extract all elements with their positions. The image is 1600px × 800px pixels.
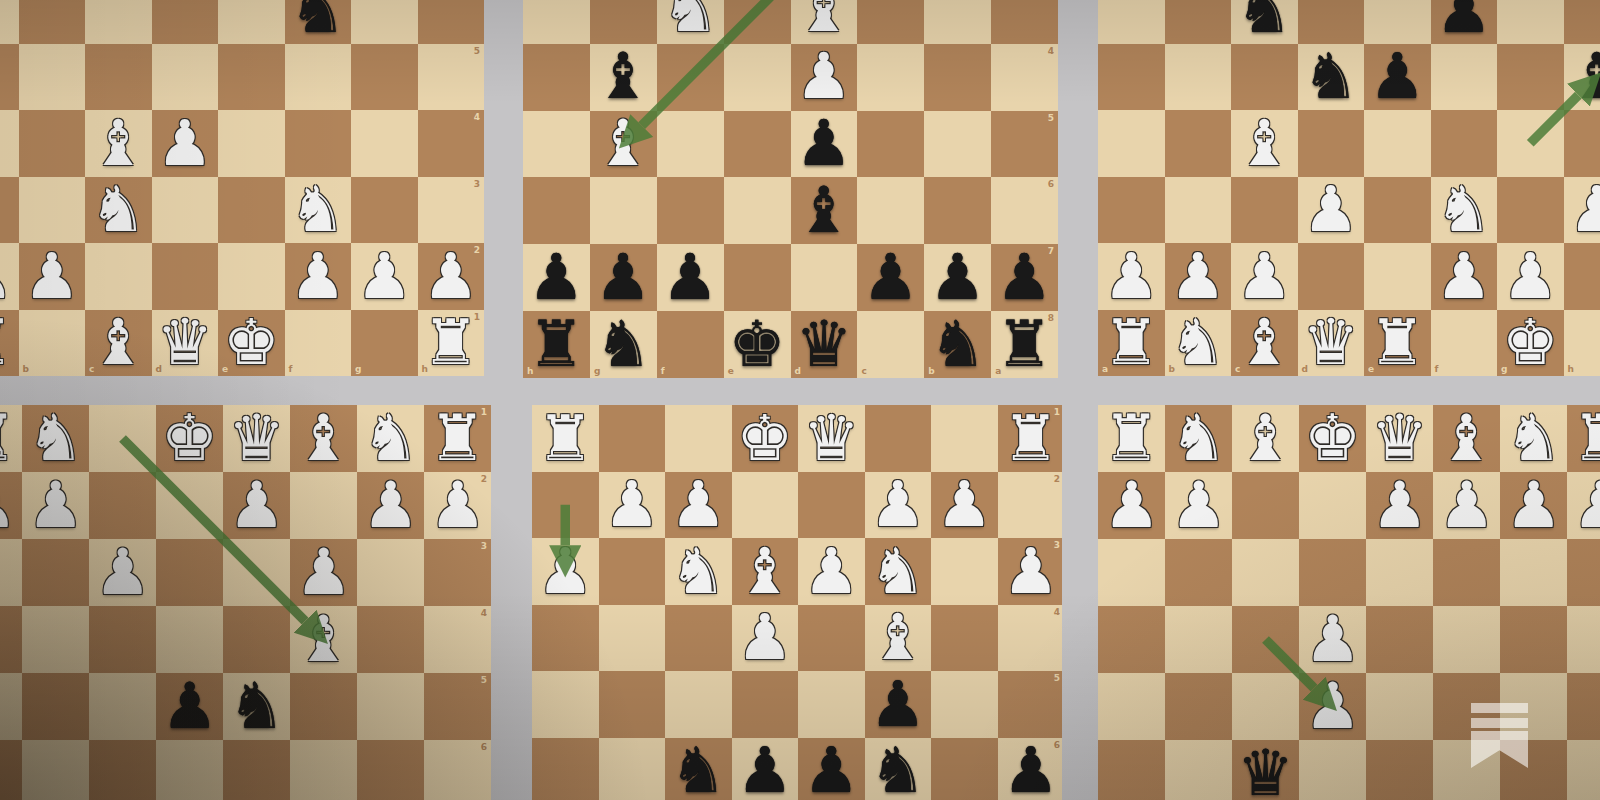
piece-wB-f1: ♝ <box>1232 405 1299 472</box>
square-c6 <box>857 177 924 244</box>
piece-bB-g4: ♝ <box>590 44 657 111</box>
watermark-bookmark-flag-icon <box>1471 731 1528 768</box>
piece-wP-d4: ♟ <box>791 44 858 111</box>
piece-wP-b2: ♟ <box>931 472 998 539</box>
piece-wR-h1: ♜ <box>1098 405 1165 472</box>
square-f5 <box>1232 673 1299 740</box>
piece-bB-h5: ♝ <box>1564 44 1600 111</box>
square-f4 <box>1232 606 1299 673</box>
square-c6 <box>290 740 357 800</box>
square-c2 <box>290 472 357 539</box>
square-h4 <box>1098 606 1165 673</box>
square-g3 <box>22 539 89 606</box>
square-h4 <box>0 606 22 673</box>
square-g5 <box>1497 44 1564 111</box>
square-g3 <box>590 0 657 44</box>
square-h2 <box>532 472 599 539</box>
square-f4 <box>657 44 724 111</box>
coord-file-f: f <box>289 365 293 374</box>
square-a4 <box>0 110 19 177</box>
square-f5 <box>1431 44 1498 111</box>
square-g6 <box>22 740 89 800</box>
square-a4: 4 <box>991 44 1058 111</box>
square-e4 <box>724 44 791 111</box>
piece-bP-a6: ♟ <box>998 738 1063 800</box>
piece-wP-c3: ♟ <box>290 539 357 606</box>
coord-file-h: h <box>1568 365 1574 374</box>
square-e6 <box>1364 0 1431 44</box>
piece-wP-d4: ♟ <box>152 110 219 177</box>
piece-bN-d5: ♞ <box>1298 44 1365 111</box>
piece-wN-f3: ♞ <box>665 538 732 605</box>
piece-wK-e1: ♚ <box>1299 405 1366 472</box>
piece-bP-e5: ♟ <box>156 673 223 740</box>
square-g4 <box>1165 606 1232 673</box>
piece-wR-h1: ♜ <box>0 405 22 472</box>
square-d6 <box>1366 740 1433 800</box>
square-e4 <box>218 110 285 177</box>
square-e5 <box>724 111 791 178</box>
piece-wQ-d1: ♛ <box>1298 310 1365 377</box>
piece-bP-a7: ♟ <box>991 244 1058 311</box>
piece-wP-g2: ♟ <box>22 472 89 539</box>
piece-bN-c6: ♞ <box>1231 0 1298 44</box>
square-b3 <box>931 538 998 605</box>
piece-wK-e1: ♚ <box>732 405 799 472</box>
piece-bP-f7: ♟ <box>657 244 724 311</box>
square-c8: c <box>857 311 924 378</box>
square-f3 <box>1232 539 1299 606</box>
square-g6 <box>1497 0 1564 44</box>
square-a6 <box>0 0 19 44</box>
square-b3 <box>19 177 86 244</box>
square-e2 <box>1364 243 1431 310</box>
piece-bP-h7: ♟ <box>523 244 590 311</box>
square-f4 <box>1431 110 1498 177</box>
square-b4 <box>1165 110 1232 177</box>
coord-rank-6: 6 <box>1048 180 1054 189</box>
piece-wB-d3: ♝ <box>791 0 858 44</box>
square-a3: 3 <box>1567 539 1600 606</box>
square-f4 <box>285 110 352 177</box>
square-a3 <box>0 177 19 244</box>
square-e2 <box>732 472 799 539</box>
piece-wN-f3: ♞ <box>285 177 352 244</box>
square-c3 <box>1231 177 1298 244</box>
square-a6 <box>1098 0 1165 44</box>
square-e2 <box>1299 472 1366 539</box>
piece-wP-f2: ♟ <box>285 243 352 310</box>
square-d6 <box>152 0 219 44</box>
square-b3 <box>1500 539 1567 606</box>
piece-bP-c5: ♟ <box>865 671 932 738</box>
square-h3: 3 <box>418 177 485 244</box>
piece-wP-c2: ♟ <box>865 472 932 539</box>
piece-bP-e5: ♟ <box>1364 44 1431 111</box>
piece-wN-b1: ♞ <box>1165 310 1232 377</box>
square-a5: 5 <box>424 673 491 740</box>
piece-wP-g2: ♟ <box>351 243 418 310</box>
square-a6: 6 <box>424 740 491 800</box>
piece-bN-d5: ♞ <box>223 673 290 740</box>
square-b4 <box>924 44 991 111</box>
square-d6 <box>1298 0 1365 44</box>
square-c2 <box>85 243 152 310</box>
square-g3 <box>1497 177 1564 244</box>
square-a3: 3 <box>991 0 1058 44</box>
square-b6 <box>1165 0 1232 44</box>
square-f1 <box>89 405 156 472</box>
square-c5 <box>85 44 152 111</box>
square-g5 <box>1165 673 1232 740</box>
square-b1 <box>931 405 998 472</box>
substack-logo-watermark <box>1471 703 1528 768</box>
coord-rank-4: 4 <box>474 113 480 122</box>
square-c6 <box>85 0 152 44</box>
square-b4 <box>931 605 998 672</box>
square-a5 <box>1098 44 1165 111</box>
square-a4: 4 <box>1567 606 1600 673</box>
square-e5 <box>218 44 285 111</box>
piece-wP-g2: ♟ <box>1165 472 1232 539</box>
square-e6 <box>218 0 285 44</box>
piece-wN-f3: ♞ <box>1431 177 1498 244</box>
piece-wR-a1: ♜ <box>424 405 491 472</box>
square-f8: f <box>657 311 724 378</box>
piece-bB-d6: ♝ <box>791 177 858 244</box>
piece-wP-g2: ♟ <box>1497 243 1564 310</box>
square-g3 <box>1165 539 1232 606</box>
square-e3 <box>218 177 285 244</box>
piece-wP-h2: ♟ <box>418 243 485 310</box>
chess-board-3: 8765432abcdefg1h♞♟♞♟♝♝♟♞♟♟♟♟♟♟♜♞♝♛♜♚ <box>1098 0 1600 376</box>
piece-bQ-d8: ♛ <box>791 311 858 378</box>
square-b6 <box>19 0 86 44</box>
square-a6: 6 <box>1567 740 1600 800</box>
square-b1: b <box>19 310 86 377</box>
square-h4: 4 <box>1564 110 1600 177</box>
square-b4 <box>357 606 424 673</box>
square-e7 <box>724 244 791 311</box>
square-f6 <box>657 177 724 244</box>
square-h5 <box>532 671 599 738</box>
square-f6 <box>89 740 156 800</box>
piece-wP-e5: ♟ <box>1299 673 1366 740</box>
piece-wN-b1: ♞ <box>357 405 424 472</box>
square-h1: 1h <box>1564 310 1600 377</box>
piece-wP-a2: ♟ <box>1567 472 1600 539</box>
square-a5: 5 <box>1567 673 1600 740</box>
square-d2 <box>1298 243 1365 310</box>
square-d4 <box>223 606 290 673</box>
piece-wP-f2: ♟ <box>1431 243 1498 310</box>
coord-rank-4: 4 <box>481 609 487 618</box>
square-b5 <box>931 671 998 738</box>
piece-wB-c1: ♝ <box>85 310 152 377</box>
square-g4 <box>599 605 666 672</box>
piece-wP-a2: ♟ <box>1098 243 1165 310</box>
square-b3 <box>357 539 424 606</box>
coord-rank-3: 3 <box>474 180 480 189</box>
square-a5 <box>0 44 19 111</box>
chess-diagram-collage: 8765432abcdefg1h♞♝♟♞♞♟♟♟♟♟♜♝♛♚♜1234567hg… <box>0 0 1600 800</box>
square-a4: 4 <box>998 605 1063 672</box>
piece-wB-c4: ♝ <box>85 110 152 177</box>
piece-bP-d6: ♟ <box>798 738 865 800</box>
square-b5 <box>1165 44 1232 111</box>
square-d4 <box>798 605 865 672</box>
piece-wP-f3: ♟ <box>89 539 156 606</box>
square-c3 <box>1433 539 1500 606</box>
coord-rank-6: 6 <box>481 743 487 752</box>
square-a5: 5 <box>991 111 1058 178</box>
square-a3: 3 <box>424 539 491 606</box>
piece-wB-c1: ♝ <box>1433 405 1500 472</box>
coord-rank-2: 2 <box>1054 475 1060 484</box>
square-c4 <box>857 44 924 111</box>
square-f2 <box>1232 472 1299 539</box>
square-f5 <box>665 671 732 738</box>
chess-board-4: 1234567hgfedcb8a♜♞♝♛♚♞♜♟♟♟♟♟♟♟♝♞♟ <box>0 405 491 800</box>
piece-bK-e8: ♚ <box>724 311 791 378</box>
piece-wR-a1: ♜ <box>0 310 19 377</box>
square-d7 <box>791 244 858 311</box>
piece-wP-h3: ♟ <box>1564 177 1600 244</box>
piece-bR-h8: ♜ <box>523 311 590 378</box>
piece-wB-c4: ♝ <box>1231 110 1298 177</box>
piece-wR-a1: ♜ <box>998 405 1063 472</box>
piece-wR-e1: ♜ <box>1364 310 1431 377</box>
piece-bP-e6: ♟ <box>732 738 799 800</box>
piece-wK-e1: ♚ <box>218 310 285 377</box>
square-e6 <box>724 177 791 244</box>
square-a3 <box>1098 177 1165 244</box>
piece-wP-b2: ♟ <box>1165 243 1232 310</box>
piece-bQ-f6: ♛ <box>1232 740 1299 800</box>
piece-bN-f6: ♞ <box>665 738 732 800</box>
square-h6 <box>532 738 599 800</box>
coord-file-c: c <box>861 367 866 376</box>
square-h3 <box>0 539 22 606</box>
piece-wP-c2: ♟ <box>1433 472 1500 539</box>
square-d3 <box>223 539 290 606</box>
square-b4 <box>1500 606 1567 673</box>
piece-bN-b8: ♞ <box>924 311 991 378</box>
piece-wN-g1: ♞ <box>22 405 89 472</box>
square-b3 <box>924 0 991 44</box>
square-e3 <box>1299 539 1366 606</box>
piece-wP-c2: ♟ <box>1231 243 1298 310</box>
coord-rank-3: 3 <box>481 542 487 551</box>
square-f1: f <box>1431 310 1498 377</box>
square-h2: 2 <box>1564 243 1600 310</box>
piece-wP-d3: ♟ <box>1298 177 1365 244</box>
square-c4 <box>1433 606 1500 673</box>
piece-wP-b2: ♟ <box>1500 472 1567 539</box>
piece-wQ-d1: ♛ <box>1366 405 1433 472</box>
square-b5 <box>19 44 86 111</box>
square-e4 <box>156 606 223 673</box>
piece-wP-a2: ♟ <box>0 243 19 310</box>
piece-wP-h2: ♟ <box>0 472 22 539</box>
square-e2 <box>156 472 223 539</box>
piece-wR-h1: ♜ <box>418 310 485 377</box>
piece-wP-h2: ♟ <box>1098 472 1165 539</box>
square-f4 <box>665 605 732 672</box>
square-c5 <box>1231 44 1298 111</box>
piece-wP-e4: ♟ <box>732 605 799 672</box>
piece-wP-g2: ♟ <box>599 472 666 539</box>
piece-wB-c1: ♝ <box>290 405 357 472</box>
square-g6 <box>351 0 418 44</box>
square-a4 <box>1098 110 1165 177</box>
square-g1: g <box>351 310 418 377</box>
square-h5 <box>523 111 590 178</box>
coord-rank-4: 4 <box>1048 47 1054 56</box>
square-d5 <box>1366 673 1433 740</box>
piece-wP-h3: ♟ <box>532 538 599 605</box>
piece-bP-f6: ♟ <box>1431 0 1498 44</box>
square-h6: 6 <box>418 0 485 44</box>
piece-wR-a1: ♜ <box>1567 405 1600 472</box>
square-h5 <box>1098 673 1165 740</box>
square-d6 <box>223 740 290 800</box>
square-g4 <box>351 110 418 177</box>
square-e3 <box>724 0 791 44</box>
square-h4 <box>523 44 590 111</box>
square-e2 <box>218 243 285 310</box>
square-g5 <box>599 671 666 738</box>
square-e3 <box>156 539 223 606</box>
piece-wP-a2: ♟ <box>424 472 491 539</box>
chess-board-5: 1234567hgfedcb8a♜♛♚♜♟♟♟♟♟♞♟♝♞♟♝♟♟♟♞♟♟♞ <box>532 405 1062 800</box>
piece-wR-h1: ♜ <box>532 405 599 472</box>
square-d3 <box>152 177 219 244</box>
coord-rank-5: 5 <box>1048 114 1054 123</box>
square-c3 <box>857 0 924 44</box>
square-a5: 5 <box>998 671 1063 738</box>
piece-wN-g1: ♞ <box>1165 405 1232 472</box>
square-g1 <box>599 405 666 472</box>
piece-wQ-d1: ♛ <box>798 405 865 472</box>
piece-bP-g7: ♟ <box>590 244 657 311</box>
piece-bR-a8: ♜ <box>991 311 1058 378</box>
piece-wK-e1: ♚ <box>156 405 223 472</box>
square-g3 <box>351 177 418 244</box>
piece-wP-b2: ♟ <box>19 243 86 310</box>
coord-rank-4: 4 <box>1054 608 1060 617</box>
square-f5 <box>657 111 724 178</box>
piece-wP-d3: ♟ <box>798 538 865 605</box>
piece-wB-c1: ♝ <box>1231 310 1298 377</box>
piece-wQ-d1: ♛ <box>223 405 290 472</box>
chess-board-1: 8765432abcdefg1h♞♝♟♞♞♟♟♟♟♟♜♝♛♚♜ <box>0 0 484 376</box>
coord-file-f: f <box>661 367 665 376</box>
square-h6: 6 <box>1564 0 1600 44</box>
square-b3 <box>1165 177 1232 244</box>
square-b6 <box>357 740 424 800</box>
piece-wP-b2: ♟ <box>357 472 424 539</box>
square-b5 <box>357 673 424 740</box>
square-h6 <box>523 177 590 244</box>
square-h4: 4 <box>418 110 485 177</box>
piece-wP-e4: ♟ <box>1299 606 1366 673</box>
square-b4 <box>19 110 86 177</box>
square-f5 <box>285 44 352 111</box>
square-h6 <box>1098 740 1165 800</box>
square-g3 <box>599 538 666 605</box>
square-a2: 2 <box>998 472 1063 539</box>
square-e5 <box>732 671 799 738</box>
piece-bP-c7: ♟ <box>857 244 924 311</box>
piece-wP-d2: ♟ <box>1366 472 1433 539</box>
square-h3 <box>523 0 590 44</box>
square-g6 <box>590 177 657 244</box>
square-b5 <box>924 111 991 178</box>
square-b6 <box>924 177 991 244</box>
piece-bN-g8: ♞ <box>590 311 657 378</box>
square-e3 <box>1364 177 1431 244</box>
piece-wQ-d1: ♛ <box>152 310 219 377</box>
square-a6: 6 <box>991 177 1058 244</box>
square-e4 <box>1364 110 1431 177</box>
square-c1 <box>865 405 932 472</box>
square-d4 <box>1298 110 1365 177</box>
piece-wB-e3: ♝ <box>732 538 799 605</box>
square-g4 <box>22 606 89 673</box>
coord-rank-5: 5 <box>1054 674 1060 683</box>
square-e6 <box>156 740 223 800</box>
watermark-bar <box>1471 703 1528 713</box>
square-d2 <box>152 243 219 310</box>
piece-wN-f3: ♞ <box>657 0 724 44</box>
coord-file-g: g <box>355 365 361 374</box>
square-d5 <box>152 44 219 111</box>
coord-rank-5: 5 <box>474 47 480 56</box>
square-f4 <box>89 606 156 673</box>
piece-bN-c6: ♞ <box>865 738 932 800</box>
piece-wR-a1: ♜ <box>1098 310 1165 377</box>
coord-rank-5: 5 <box>481 676 487 685</box>
piece-bP-d5: ♟ <box>791 111 858 178</box>
piece-wP-d2: ♟ <box>223 472 290 539</box>
chess-board-2: 1234567hgfedcb8a♜♞♛♚♞♜♟♟♟♟♟♟♝♟♝♟♝♝♞ <box>523 0 1058 378</box>
coord-file-f: f <box>1435 365 1439 374</box>
square-c5 <box>857 111 924 178</box>
square-d2 <box>798 472 865 539</box>
square-g6 <box>599 738 666 800</box>
piece-bP-b7: ♟ <box>924 244 991 311</box>
piece-wN-c3: ♞ <box>865 538 932 605</box>
square-h5 <box>0 673 22 740</box>
piece-wN-c3: ♞ <box>85 177 152 244</box>
square-g5 <box>22 673 89 740</box>
square-g5 <box>351 44 418 111</box>
piece-wB-c4: ♝ <box>865 605 932 672</box>
piece-wB-g5: ♝ <box>590 111 657 178</box>
square-h6 <box>0 740 22 800</box>
piece-wN-b1: ♞ <box>1500 405 1567 472</box>
square-d3 <box>1366 539 1433 606</box>
square-h5: 5 <box>418 44 485 111</box>
watermark-bar <box>1471 718 1528 728</box>
square-b6 <box>931 738 998 800</box>
square-d5 <box>798 671 865 738</box>
square-f1 <box>665 405 732 472</box>
square-h3 <box>1098 539 1165 606</box>
piece-wP-f2: ♟ <box>665 472 732 539</box>
square-f1: f <box>285 310 352 377</box>
